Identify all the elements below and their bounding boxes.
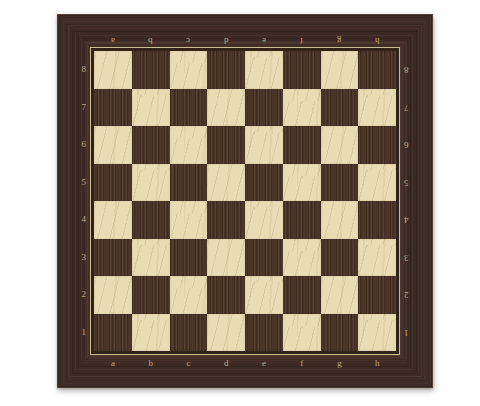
coordinate-label-right-7: 7 (404, 103, 409, 112)
square-e3[interactable] (245, 239, 283, 277)
coordinate-label-right-4: 4 (404, 215, 409, 224)
coordinate-label-bottom-d: d (224, 359, 229, 368)
coordinate-label-bottom-f: f (300, 359, 303, 368)
square-g8[interactable] (321, 51, 359, 89)
square-e7[interactable] (245, 89, 283, 127)
playing-area-inlay (90, 47, 400, 355)
coordinate-label-left-6: 6 (82, 140, 87, 149)
square-f5[interactable] (283, 164, 321, 202)
square-e6[interactable] (245, 126, 283, 164)
square-c1[interactable] (170, 314, 208, 352)
coordinate-label-top-h: h (375, 36, 380, 45)
square-f3[interactable] (283, 239, 321, 277)
square-g4[interactable] (321, 201, 359, 239)
square-d2[interactable] (207, 276, 245, 314)
square-b3[interactable] (132, 239, 170, 277)
square-d7[interactable] (207, 89, 245, 127)
square-g2[interactable] (321, 276, 359, 314)
board-frame-left (57, 14, 90, 388)
square-g6[interactable] (321, 126, 359, 164)
square-h3[interactable] (358, 239, 396, 277)
file-labels-top: abcdefgh (94, 14, 396, 47)
square-d3[interactable] (207, 239, 245, 277)
square-h5[interactable] (358, 164, 396, 202)
coordinate-label-left-5: 5 (82, 178, 87, 187)
square-g3[interactable] (321, 239, 359, 277)
coordinate-label-bottom-h: h (375, 359, 380, 368)
board-frame-top (57, 14, 433, 47)
square-c4[interactable] (170, 201, 208, 239)
square-b7[interactable] (132, 89, 170, 127)
squares-grid (94, 51, 396, 351)
coordinate-label-top-d: d (224, 36, 229, 45)
square-a6[interactable] (94, 126, 132, 164)
coordinate-label-bottom-g: g (337, 359, 342, 368)
square-h1[interactable] (358, 314, 396, 352)
coordinate-label-bottom-a: a (111, 359, 115, 368)
square-e4[interactable] (245, 201, 283, 239)
square-h8[interactable] (358, 51, 396, 89)
square-h7[interactable] (358, 89, 396, 127)
square-a1[interactable] (94, 314, 132, 352)
square-e1[interactable] (245, 314, 283, 352)
coordinate-label-left-3: 3 (82, 253, 87, 262)
square-f8[interactable] (283, 51, 321, 89)
board-frame-right (400, 14, 433, 388)
square-a7[interactable] (94, 89, 132, 127)
coordinate-label-left-4: 4 (82, 215, 87, 224)
coordinate-label-top-e: e (262, 36, 266, 45)
coordinate-label-top-c: c (186, 36, 190, 45)
square-h2[interactable] (358, 276, 396, 314)
square-e2[interactable] (245, 276, 283, 314)
coordinate-label-right-5: 5 (404, 178, 409, 187)
square-b8[interactable] (132, 51, 170, 89)
square-b4[interactable] (132, 201, 170, 239)
square-d5[interactable] (207, 164, 245, 202)
square-a3[interactable] (94, 239, 132, 277)
coordinate-label-bottom-b: b (148, 359, 153, 368)
square-c8[interactable] (170, 51, 208, 89)
square-c3[interactable] (170, 239, 208, 277)
coordinate-label-bottom-c: c (186, 359, 190, 368)
square-c7[interactable] (170, 89, 208, 127)
square-f4[interactable] (283, 201, 321, 239)
square-a5[interactable] (94, 164, 132, 202)
page-background: abcdefgh abcdefgh 87654321 87654321 (0, 0, 480, 406)
square-h4[interactable] (358, 201, 396, 239)
coordinate-label-top-a: a (111, 36, 115, 45)
coordinate-label-bottom-e: e (262, 359, 266, 368)
chess-board: abcdefgh abcdefgh 87654321 87654321 (57, 14, 433, 388)
rank-labels-left: 87654321 (57, 51, 90, 351)
square-b1[interactable] (132, 314, 170, 352)
square-g7[interactable] (321, 89, 359, 127)
coordinate-label-top-b: b (148, 36, 153, 45)
square-g1[interactable] (321, 314, 359, 352)
coordinate-label-top-g: g (337, 36, 342, 45)
coordinate-label-left-7: 7 (82, 103, 87, 112)
coordinate-label-right-3: 3 (404, 253, 409, 262)
square-f6[interactable] (283, 126, 321, 164)
square-d4[interactable] (207, 201, 245, 239)
square-f1[interactable] (283, 314, 321, 352)
square-d6[interactable] (207, 126, 245, 164)
coordinate-label-right-2: 2 (404, 290, 409, 299)
coordinate-label-left-8: 8 (82, 65, 87, 74)
square-c5[interactable] (170, 164, 208, 202)
square-b6[interactable] (132, 126, 170, 164)
square-a8[interactable] (94, 51, 132, 89)
square-f2[interactable] (283, 276, 321, 314)
square-e5[interactable] (245, 164, 283, 202)
square-b5[interactable] (132, 164, 170, 202)
square-d1[interactable] (207, 314, 245, 352)
coordinate-label-top-f: f (300, 36, 303, 45)
square-c6[interactable] (170, 126, 208, 164)
square-a2[interactable] (94, 276, 132, 314)
board-frame-bottom (57, 355, 433, 388)
square-c2[interactable] (170, 276, 208, 314)
coordinate-label-right-8: 8 (404, 65, 409, 74)
square-d8[interactable] (207, 51, 245, 89)
square-f7[interactable] (283, 89, 321, 127)
coordinate-label-right-6: 6 (404, 140, 409, 149)
square-a4[interactable] (94, 201, 132, 239)
file-labels-bottom: abcdefgh (94, 355, 396, 388)
rank-labels-right: 87654321 (400, 51, 433, 351)
coordinate-label-left-1: 1 (82, 328, 87, 337)
coordinate-label-left-2: 2 (82, 290, 87, 299)
square-e8[interactable] (245, 51, 283, 89)
square-g5[interactable] (321, 164, 359, 202)
coordinate-label-right-1: 1 (404, 328, 409, 337)
square-h6[interactable] (358, 126, 396, 164)
square-b2[interactable] (132, 276, 170, 314)
